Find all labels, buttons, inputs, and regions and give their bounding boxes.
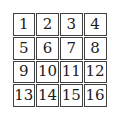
number-grid: 12345678910111213141516 <box>13 13 107 107</box>
grid-cell-r4-c1: 13 <box>13 84 36 107</box>
grid-cell-r4-c3: 15 <box>60 84 83 107</box>
grid-cell-r4-c2: 14 <box>36 84 59 107</box>
grid-cell-r3-c4: 12 <box>84 61 107 84</box>
grid-cell-r2-c2: 6 <box>36 37 59 60</box>
grid-cell-r1-c4: 4 <box>84 13 107 36</box>
grid-cell-r3-c3: 11 <box>60 61 83 84</box>
grid-cell-r2-c3: 7 <box>60 37 83 60</box>
grid-cell-r1-c1: 1 <box>13 13 36 36</box>
grid-cell-r3-c2: 10 <box>36 61 59 84</box>
grid-cell-r1-c3: 3 <box>60 13 83 36</box>
grid-cell-r2-c4: 8 <box>84 37 107 60</box>
page-background: 12345678910111213141516 <box>0 0 119 120</box>
grid-cell-r3-c1: 9 <box>13 61 36 84</box>
grid-cell-r2-c1: 5 <box>13 37 36 60</box>
grid-cell-r1-c2: 2 <box>36 13 59 36</box>
grid-cell-r4-c4: 16 <box>84 84 107 107</box>
